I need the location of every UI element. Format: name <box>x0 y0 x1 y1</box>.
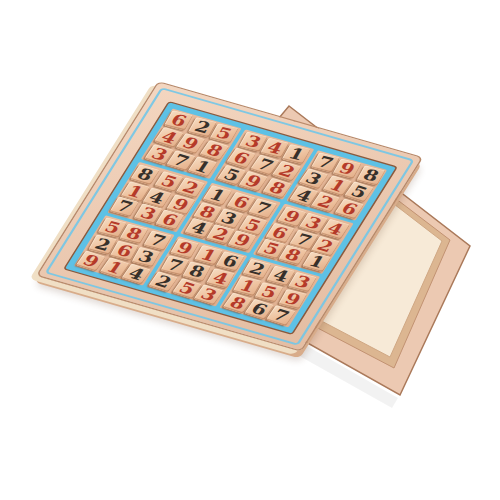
product-photo-sudoku: 6254983713416725987983154268521497361678… <box>0 0 500 500</box>
tile-r6c9[interactable]: 1 <box>302 251 331 272</box>
